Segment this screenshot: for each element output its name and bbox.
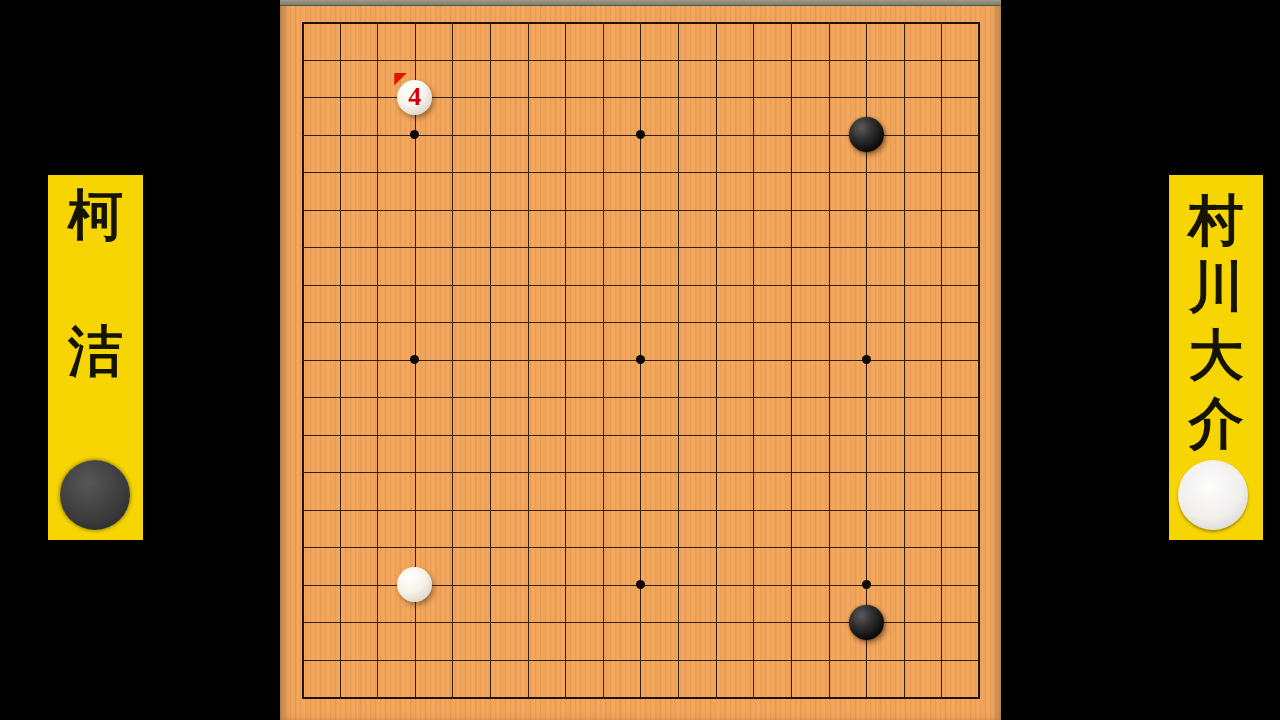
grid-line-vertical: [829, 22, 830, 698]
grid-line-vertical: [941, 22, 942, 698]
hoshi-star-point: [410, 130, 419, 139]
player-name-char: 洁: [48, 321, 143, 381]
move-number-label: 4: [397, 80, 432, 115]
grid-line-vertical: [978, 22, 980, 698]
player-name-char: 柯: [48, 185, 143, 245]
hoshi-star-point: [636, 355, 645, 364]
black-player-stone-icon: [60, 460, 130, 530]
stone-white-D4: [397, 567, 432, 602]
player-name-char: 介: [1169, 393, 1263, 453]
grid-line-horizontal: [302, 660, 980, 661]
board-top-edge: [280, 0, 1001, 6]
grid-line-vertical: [716, 22, 717, 698]
hoshi-star-point: [410, 355, 419, 364]
player-panel-black: 柯洁: [48, 175, 143, 540]
hoshi-star-point: [636, 130, 645, 139]
stone-black-Q16: [849, 117, 884, 152]
video-frame: 柯洁 4 村川大介: [0, 0, 1280, 720]
go-board[interactable]: 4: [280, 0, 1001, 720]
hoshi-star-point: [636, 580, 645, 589]
player-name-char: 村: [1169, 190, 1263, 250]
grid-line-horizontal: [302, 697, 980, 699]
player-name-char: 川: [1169, 257, 1263, 317]
hoshi-star-point: [862, 355, 871, 364]
grid-line-horizontal: [302, 510, 980, 511]
board-grid[interactable]: 4: [302, 22, 980, 698]
grid-line-horizontal: [302, 435, 980, 436]
player-panel-white: 村川大介: [1169, 175, 1263, 540]
hoshi-star-point: [862, 580, 871, 589]
grid-line-vertical: [904, 22, 905, 698]
grid-line-horizontal: [302, 397, 980, 398]
white-player-stone-icon: [1178, 460, 1248, 530]
stone-white-D17: 4: [397, 80, 432, 115]
grid-line-horizontal: [302, 472, 980, 473]
grid-line-vertical: [678, 22, 679, 698]
stone-black-Q3: [849, 605, 884, 640]
grid-line-horizontal: [302, 547, 980, 548]
grid-line-vertical: [791, 22, 792, 698]
player-name-char: 大: [1169, 325, 1263, 385]
grid-line-vertical: [753, 22, 754, 698]
